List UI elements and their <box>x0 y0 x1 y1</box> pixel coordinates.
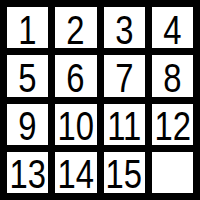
tile-15[interactable]: 15 <box>104 152 145 193</box>
tile-2-label: 2 <box>67 10 85 49</box>
tile-4-label: 4 <box>163 10 181 49</box>
tile-6[interactable]: 6 <box>55 55 96 96</box>
tile-3[interactable]: 3 <box>104 7 145 48</box>
tile-2[interactable]: 2 <box>55 7 96 48</box>
blank-space <box>152 152 193 193</box>
tile-9[interactable]: 9 <box>7 104 48 145</box>
tile-14[interactable]: 14 <box>55 152 96 193</box>
tile-14-label: 14 <box>58 154 94 193</box>
tile-1-label: 1 <box>19 10 37 49</box>
tile-10[interactable]: 10 <box>55 104 96 145</box>
tile-12-label: 12 <box>154 106 190 145</box>
tile-1[interactable]: 1 <box>7 7 48 48</box>
tile-11-label: 11 <box>107 106 141 145</box>
tile-8[interactable]: 8 <box>152 55 193 96</box>
tile-7[interactable]: 7 <box>104 55 145 96</box>
tile-5[interactable]: 5 <box>7 55 48 96</box>
tile-15-label: 15 <box>106 154 142 193</box>
tile-6-label: 6 <box>67 58 85 97</box>
tile-8-label: 8 <box>163 58 181 97</box>
tile-10-label: 10 <box>58 106 94 145</box>
tile-7-label: 7 <box>115 58 133 97</box>
tile-13[interactable]: 13 <box>7 152 48 193</box>
tile-5-label: 5 <box>19 58 37 97</box>
tile-12[interactable]: 12 <box>152 104 193 145</box>
tile-11[interactable]: 11 <box>104 104 145 145</box>
tile-4[interactable]: 4 <box>152 7 193 48</box>
fifteen-puzzle-board: 1 2 3 4 5 6 7 8 9 10 11 12 13 14 15 <box>0 0 200 200</box>
tile-3-label: 3 <box>115 10 133 49</box>
tile-13-label: 13 <box>9 154 45 193</box>
tile-9-label: 9 <box>19 106 37 145</box>
